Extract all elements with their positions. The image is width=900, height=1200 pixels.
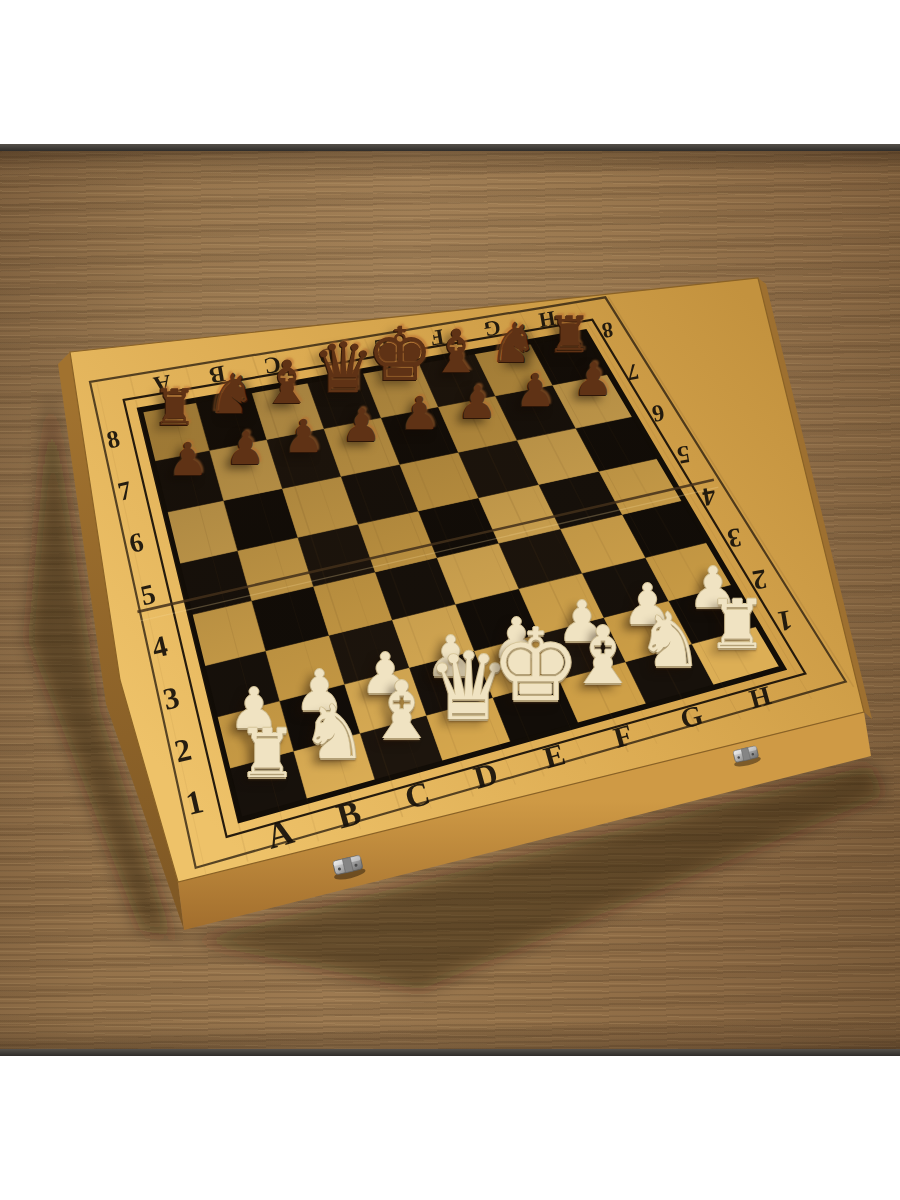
white-bishop-f1[interactable]: ♝ bbox=[567, 616, 639, 696]
black-pawn-d7[interactable]: ♟ bbox=[341, 403, 382, 449]
black-pawn-f7[interactable]: ♟ bbox=[457, 380, 498, 426]
chess-set-photo: { "game": "chess", "scene": "overhead pr… bbox=[0, 0, 900, 1200]
white-knight-b1[interactable]: ♞ bbox=[301, 695, 368, 769]
black-pawn-a7[interactable]: ♟ bbox=[167, 437, 208, 483]
white-rook-h1[interactable]: ♜ bbox=[707, 591, 767, 658]
black-knight-g8[interactable]: ♞ bbox=[488, 315, 538, 370]
black-knight-b8[interactable]: ♞ bbox=[206, 367, 256, 422]
black-bishop-f8[interactable]: ♝ bbox=[430, 322, 483, 381]
black-pawn-h7[interactable]: ♟ bbox=[573, 357, 614, 403]
white-knight-g1[interactable]: ♞ bbox=[637, 603, 704, 677]
white-rook-a1[interactable]: ♜ bbox=[237, 720, 297, 787]
black-pawn-c7[interactable]: ♟ bbox=[283, 414, 324, 460]
black-pawn-g7[interactable]: ♟ bbox=[515, 368, 556, 414]
black-pawn-b7[interactable]: ♟ bbox=[225, 426, 266, 472]
black-pawn-e7[interactable]: ♟ bbox=[399, 391, 440, 437]
black-queen-d8[interactable]: ♛ bbox=[312, 333, 374, 403]
black-king-e8[interactable]: ♚ bbox=[367, 318, 434, 392]
black-rook-a8[interactable]: ♜ bbox=[152, 382, 197, 432]
black-bishop-c8[interactable]: ♝ bbox=[261, 353, 314, 412]
